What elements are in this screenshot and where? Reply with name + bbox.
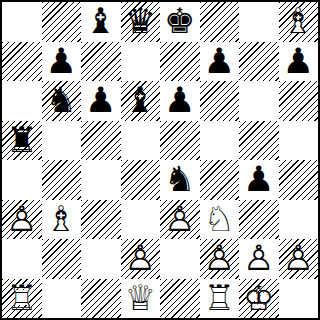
piece-white-rook[interactable]: ♜♖ [6,281,37,316]
square-h2[interactable]: ♟♙ [279,239,319,279]
piece-outline: ♙ [6,202,37,237]
square-e8[interactable]: ♚ [160,2,200,42]
piece-white-rook[interactable]: ♜♖ [204,281,235,316]
square-g1[interactable]: ♚♔ [239,279,279,319]
square-b2[interactable] [42,239,82,279]
piece-outline: ♔ [243,281,274,316]
square-a7[interactable] [2,42,42,82]
square-h7[interactable]: ♟ [279,42,319,82]
piece-black-pawn[interactable]: ♟ [283,44,314,79]
square-g4[interactable]: ♟ [239,160,279,200]
square-h3[interactable] [279,200,319,240]
square-e5[interactable] [160,121,200,161]
square-b1[interactable] [42,279,82,319]
piece-white-bishop[interactable]: ♝♗ [283,4,314,39]
square-g6[interactable] [239,81,279,121]
square-c4[interactable] [81,160,121,200]
piece-white-pawn[interactable]: ♟♙ [164,202,195,237]
square-d5[interactable] [121,121,161,161]
piece-white-pawn[interactable]: ♟♙ [204,241,235,276]
piece-black-rook[interactable]: ♜ [6,123,37,158]
square-a4[interactable] [2,160,42,200]
square-d7[interactable] [121,42,161,82]
square-f4[interactable] [200,160,240,200]
piece-black-pawn[interactable]: ♟ [164,83,195,118]
square-c8[interactable]: ♝ [81,2,121,42]
square-e1[interactable] [160,279,200,319]
piece-black-pawn[interactable]: ♟ [46,44,77,79]
square-e7[interactable] [160,42,200,82]
square-a2[interactable] [2,239,42,279]
piece-white-king[interactable]: ♚♔ [243,281,274,316]
square-f3[interactable]: ♞♘ [200,200,240,240]
square-e2[interactable] [160,239,200,279]
piece-outline: ♙ [283,241,314,276]
piece-black-knight[interactable]: ♞ [164,162,195,197]
square-d2[interactable]: ♟♙ [121,239,161,279]
square-c2[interactable] [81,239,121,279]
square-f5[interactable] [200,121,240,161]
piece-white-pawn[interactable]: ♟♙ [243,241,274,276]
piece-black-king[interactable]: ♚ [164,4,195,39]
square-b6[interactable]: ♞ [42,81,82,121]
piece-outline: ♙ [204,241,235,276]
piece-black-pawn[interactable]: ♟ [85,83,116,118]
piece-outline: ♗ [46,202,77,237]
square-c1[interactable] [81,279,121,319]
square-g5[interactable] [239,121,279,161]
square-d8[interactable]: ♛ [121,2,161,42]
square-g3[interactable] [239,200,279,240]
piece-outline: ♙ [243,241,274,276]
square-a3[interactable]: ♟♙ [2,200,42,240]
piece-white-pawn[interactable]: ♟♙ [6,202,37,237]
square-h5[interactable] [279,121,319,161]
square-a6[interactable] [2,81,42,121]
piece-outline: ♕ [125,281,156,316]
square-c5[interactable] [81,121,121,161]
square-g7[interactable] [239,42,279,82]
piece-outline: ♘ [204,202,235,237]
square-h6[interactable] [279,81,319,121]
square-a1[interactable]: ♜♖ [2,279,42,319]
square-e4[interactable]: ♞ [160,160,200,200]
square-f1[interactable]: ♜♖ [200,279,240,319]
chess-board: ♝♛♚♝♗♟♟♟♞♟♝♟♜♞♟♟♙♝♗♟♙♞♘♟♙♟♙♟♙♟♙♜♖♛♕♜♖♚♔ [0,0,320,320]
square-h4[interactable] [279,160,319,200]
square-d1[interactable]: ♛♕ [121,279,161,319]
square-c7[interactable] [81,42,121,82]
square-d3[interactable] [121,200,161,240]
square-b7[interactable]: ♟ [42,42,82,82]
square-g8[interactable] [239,2,279,42]
square-f7[interactable]: ♟ [200,42,240,82]
piece-white-pawn[interactable]: ♟♙ [283,241,314,276]
piece-black-bishop[interactable]: ♝ [125,83,156,118]
piece-white-pawn[interactable]: ♟♙ [125,241,156,276]
piece-black-pawn[interactable]: ♟ [243,162,274,197]
square-g2[interactable]: ♟♙ [239,239,279,279]
square-f6[interactable] [200,81,240,121]
piece-black-bishop[interactable]: ♝ [85,4,116,39]
square-e3[interactable]: ♟♙ [160,200,200,240]
square-h8[interactable]: ♝♗ [279,2,319,42]
square-d6[interactable]: ♝ [121,81,161,121]
square-e6[interactable]: ♟ [160,81,200,121]
piece-outline: ♙ [164,202,195,237]
piece-black-knight[interactable]: ♞ [46,83,77,118]
piece-white-bishop[interactable]: ♝♗ [46,202,77,237]
square-d4[interactable] [121,160,161,200]
square-b3[interactable]: ♝♗ [42,200,82,240]
square-f2[interactable]: ♟♙ [200,239,240,279]
square-a5[interactable]: ♜ [2,121,42,161]
square-a8[interactable] [2,2,42,42]
piece-white-knight[interactable]: ♞♘ [204,202,235,237]
square-c6[interactable]: ♟ [81,81,121,121]
piece-outline: ♙ [125,241,156,276]
square-b4[interactable] [42,160,82,200]
square-b5[interactable] [42,121,82,161]
piece-outline: ♖ [204,281,235,316]
piece-black-pawn[interactable]: ♟ [204,44,235,79]
piece-white-queen[interactable]: ♛♕ [125,281,156,316]
square-c3[interactable] [81,200,121,240]
square-f8[interactable] [200,2,240,42]
piece-outline: ♖ [6,281,37,316]
square-h1[interactable] [279,279,319,319]
square-b8[interactable] [42,2,82,42]
piece-black-queen[interactable]: ♛ [125,4,156,39]
piece-outline: ♗ [283,4,314,39]
